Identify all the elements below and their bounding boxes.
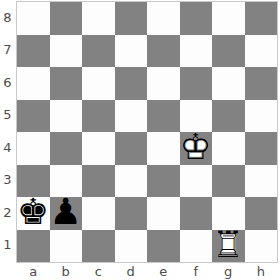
square-c8[interactable] [82,2,115,35]
square-e7[interactable] [147,35,180,68]
file-label-f: f [180,263,213,280]
square-h7[interactable] [245,35,278,68]
square-b8[interactable] [50,2,83,35]
rank-label-6: 6 [0,66,15,99]
rank-label-3: 3 [0,164,15,197]
black-pawn-icon: ♟ [50,195,82,231]
square-c6[interactable] [82,67,115,100]
rank-label-4: 4 [0,131,15,164]
file-label-h: h [245,263,278,280]
square-c7[interactable] [82,35,115,68]
square-g3[interactable] [212,165,245,198]
white-king-icon: ♔ [180,130,212,166]
square-f8[interactable] [180,2,213,35]
square-e3[interactable] [147,165,180,198]
square-g4[interactable] [212,132,245,165]
square-b4[interactable] [50,132,83,165]
square-c1[interactable] [82,230,115,263]
square-e6[interactable] [147,67,180,100]
square-g6[interactable] [212,67,245,100]
square-f7[interactable] [180,35,213,68]
square-d6[interactable] [115,67,148,100]
square-c2[interactable] [82,197,115,230]
square-b6[interactable] [50,67,83,100]
square-h4[interactable] [245,132,278,165]
piece-white-king[interactable]: ♚♔ [180,132,213,165]
rank-label-8: 8 [0,1,15,34]
rank-label-5: 5 [0,99,15,132]
piece-black-pawn[interactable]: ♟ [50,197,83,230]
file-label-b: b [50,263,83,280]
square-c3[interactable] [82,165,115,198]
square-h3[interactable] [245,165,278,198]
square-a8[interactable] [17,2,50,35]
square-g5[interactable] [212,100,245,133]
square-c5[interactable] [82,100,115,133]
square-d3[interactable] [115,165,148,198]
square-a5[interactable] [17,100,50,133]
chess-board: ♚♔♚♟♜♖ [16,1,278,263]
square-f6[interactable] [180,67,213,100]
square-f3[interactable] [180,165,213,198]
square-a7[interactable] [17,35,50,68]
file-label-g: g [212,263,245,280]
square-a4[interactable] [17,132,50,165]
square-g1[interactable]: ♜♖ [212,230,245,263]
square-e2[interactable] [147,197,180,230]
file-label-d: d [115,263,148,280]
square-g8[interactable] [212,2,245,35]
square-d7[interactable] [115,35,148,68]
rank-label-2: 2 [0,196,15,229]
square-a6[interactable] [17,67,50,100]
square-d2[interactable] [115,197,148,230]
square-b1[interactable] [50,230,83,263]
square-f4[interactable]: ♚♔ [180,132,213,165]
rank-label-7: 7 [0,34,15,67]
square-e5[interactable] [147,100,180,133]
square-h2[interactable] [245,197,278,230]
square-d4[interactable] [115,132,148,165]
square-b7[interactable] [50,35,83,68]
white-rook-icon: ♖ [212,227,244,263]
file-label-a: a [17,263,50,280]
black-king-icon: ♚ [17,195,49,231]
square-f2[interactable] [180,197,213,230]
square-e1[interactable] [147,230,180,263]
square-h5[interactable] [245,100,278,133]
square-e8[interactable] [147,2,180,35]
square-a2[interactable]: ♚ [17,197,50,230]
square-a1[interactable] [17,230,50,263]
piece-white-rook[interactable]: ♜♖ [212,230,245,263]
square-h6[interactable] [245,67,278,100]
square-f1[interactable] [180,230,213,263]
square-h1[interactable] [245,230,278,263]
square-d8[interactable] [115,2,148,35]
square-e4[interactable] [147,132,180,165]
rank-label-1: 1 [0,229,15,262]
square-h8[interactable] [245,2,278,35]
piece-black-king[interactable]: ♚ [17,197,50,230]
square-b5[interactable] [50,100,83,133]
square-d1[interactable] [115,230,148,263]
file-label-c: c [82,263,115,280]
square-b2[interactable]: ♟ [50,197,83,230]
file-label-e: e [147,263,180,280]
square-g7[interactable] [212,35,245,68]
square-c4[interactable] [82,132,115,165]
square-d5[interactable] [115,100,148,133]
